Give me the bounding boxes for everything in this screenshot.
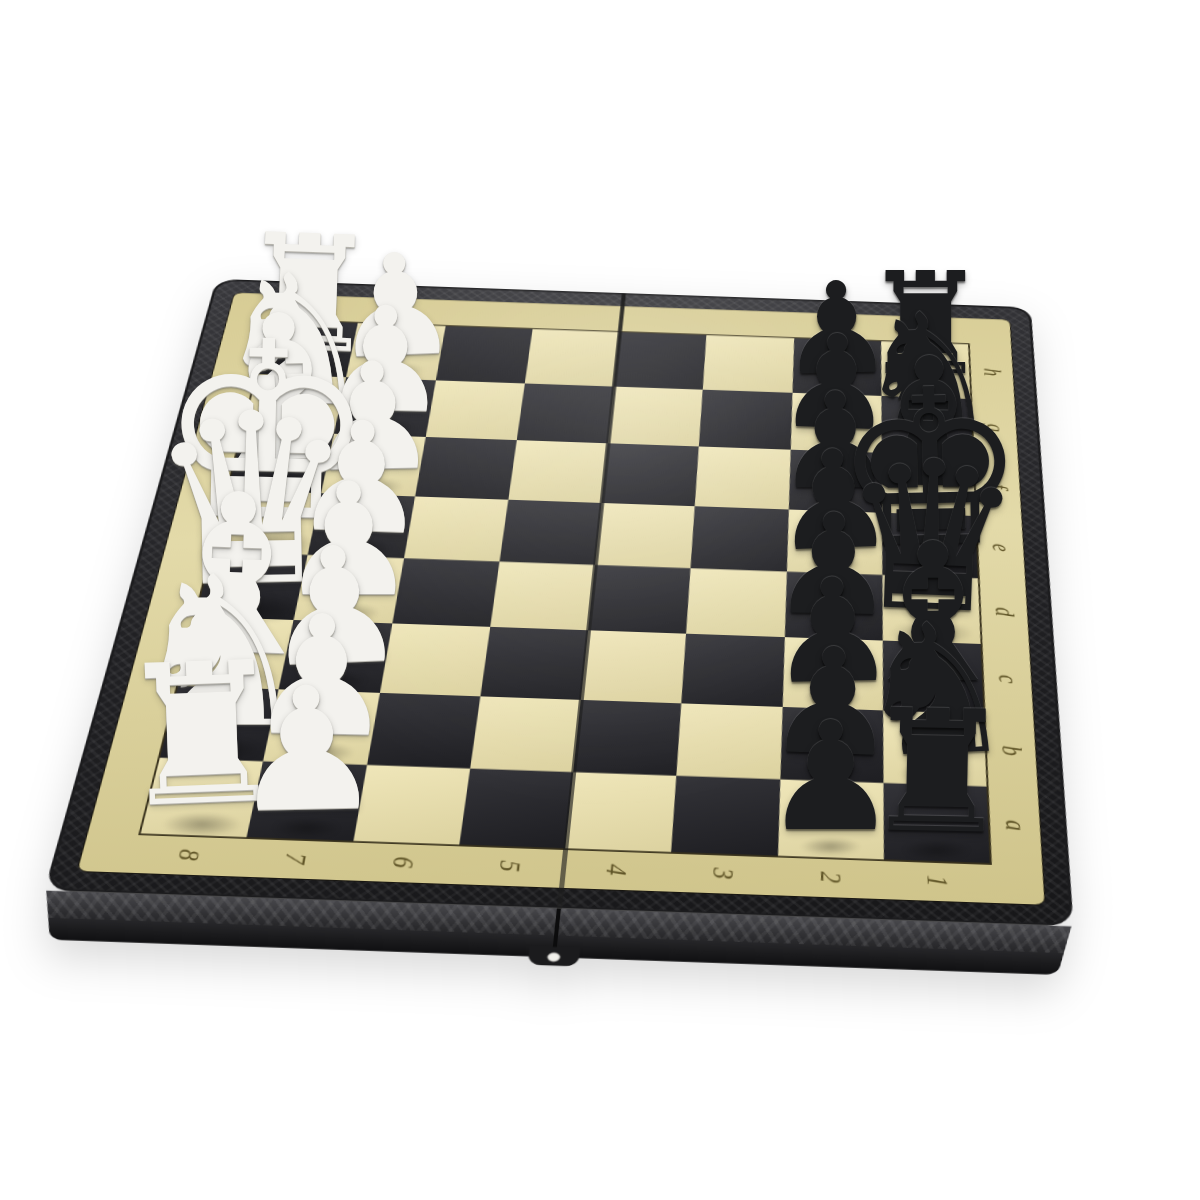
square-h4[interactable]: [614, 332, 707, 389]
square-a5[interactable]: [459, 768, 573, 848]
square-d5[interactable]: [490, 562, 595, 631]
square-d4[interactable]: [588, 565, 691, 634]
square-g5[interactable]: [517, 383, 614, 443]
square-b5[interactable]: [470, 696, 581, 772]
rank-label-3: 3: [700, 833, 747, 914]
square-g4[interactable]: [608, 386, 703, 446]
hinge-clasp: [528, 946, 581, 967]
rank-label-4: 4: [591, 830, 641, 911]
square-e5[interactable]: [499, 499, 601, 565]
square-c4[interactable]: [581, 630, 686, 702]
rank-label-5: 5: [483, 826, 535, 907]
square-h5[interactable]: [525, 329, 620, 386]
square-f5[interactable]: [508, 440, 608, 503]
square-f4[interactable]: [602, 443, 699, 506]
product-photo-background: 87654321 hgfedcba ♜♞♝♛♚♝♞♜♟♟♟♟♟♟♟♟♟♟♟♟♟♟…: [0, 0, 1200, 1200]
square-b4[interactable]: [573, 699, 681, 775]
square-c5[interactable]: [480, 627, 588, 699]
piece-white-pawn-a7[interactable]: ♟: [229, 663, 385, 836]
square-a4[interactable]: [565, 772, 676, 852]
piece-black-rook-a1[interactable]: ♜: [859, 687, 1013, 858]
square-e4[interactable]: [595, 503, 695, 569]
